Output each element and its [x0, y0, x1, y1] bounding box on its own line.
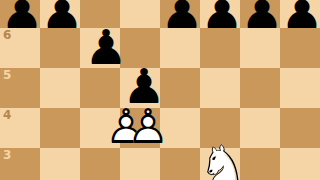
piece-black-pawn-g7[interactable]: ♟: [240, 0, 284, 35]
pawn-glyph: ♟: [40, 0, 83, 35]
square-h3[interactable]: [280, 148, 320, 180]
square-b3[interactable]: [40, 148, 80, 180]
rank-label-3: 3: [3, 149, 11, 162]
square-h4[interactable]: [280, 108, 320, 148]
piece-black-pawn-h7[interactable]: ♟: [280, 0, 320, 35]
square-b4[interactable]: [40, 108, 80, 148]
square-b5[interactable]: [40, 68, 80, 108]
chess-board: 76543♟♟♟♟♟♟♟♟♟♙♟♙♞♘: [0, 0, 320, 180]
square-h5[interactable]: [280, 68, 320, 108]
square-a5[interactable]: 5: [0, 68, 40, 108]
piece-white-pawn-d4[interactable]: ♟♙: [126, 102, 170, 150]
pawn-glyph-outline: ♙: [126, 102, 169, 150]
pawn-glyph: ♟: [0, 0, 43, 35]
piece-black-pawn-b7[interactable]: ♟: [40, 0, 84, 35]
rank-label-4: 4: [3, 109, 11, 122]
square-a4[interactable]: 4: [0, 108, 40, 148]
piece-white-knight-f3[interactable]: ♞♘: [201, 142, 245, 180]
pawn-glyph: ♟: [240, 0, 283, 35]
rank-label-5: 5: [3, 69, 11, 82]
square-f5[interactable]: [200, 68, 240, 108]
piece-black-pawn-f7[interactable]: ♟: [200, 0, 244, 35]
square-a3[interactable]: 3: [0, 148, 40, 180]
pawn-glyph: ♟: [200, 0, 243, 35]
square-g5[interactable]: [240, 68, 280, 108]
piece-black-pawn-a7[interactable]: ♟: [0, 0, 44, 35]
pawn-glyph: ♟: [280, 0, 320, 35]
chess-board-viewport: 76543♟♟♟♟♟♟♟♟♟♙♟♙♞♘: [0, 0, 320, 180]
pawn-glyph: ♟: [160, 0, 203, 35]
knight-glyph-outline: ♘: [198, 138, 248, 180]
piece-black-pawn-e7[interactable]: ♟: [160, 0, 204, 35]
